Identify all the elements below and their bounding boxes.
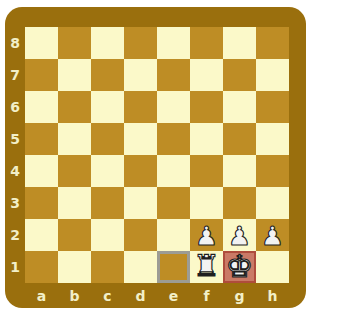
- square-g3[interactable]: [223, 187, 256, 219]
- rank-label-8: 8: [5, 27, 25, 59]
- square-a6[interactable]: [25, 91, 58, 123]
- square-a5[interactable]: [25, 123, 58, 155]
- square-g4[interactable]: [223, 155, 256, 187]
- square-e6[interactable]: [157, 91, 190, 123]
- square-f1[interactable]: ♜: [190, 251, 223, 283]
- file-label-c: c: [91, 283, 124, 308]
- square-f7[interactable]: [190, 59, 223, 91]
- square-b2[interactable]: [58, 219, 91, 251]
- square-g2[interactable]: ♟: [223, 219, 256, 251]
- square-c1[interactable]: [91, 251, 124, 283]
- square-b1[interactable]: [58, 251, 91, 283]
- square-f2[interactable]: ♟: [190, 219, 223, 251]
- square-d3[interactable]: [124, 187, 157, 219]
- square-e3[interactable]: [157, 187, 190, 219]
- square-a2[interactable]: [25, 219, 58, 251]
- white-pawn-piece[interactable]: ♟: [228, 222, 251, 249]
- file-label-b: b: [58, 283, 91, 308]
- chess-board: ♟♟♟♜♚ 87654321 abcdefgh: [5, 7, 306, 308]
- square-d2[interactable]: [124, 219, 157, 251]
- square-g1[interactable]: ♚: [223, 251, 256, 283]
- square-a7[interactable]: [25, 59, 58, 91]
- square-d7[interactable]: [124, 59, 157, 91]
- rank-label-7: 7: [5, 59, 25, 91]
- rank-label-3: 3: [5, 187, 25, 219]
- file-label-d: d: [124, 283, 157, 308]
- square-e8[interactable]: [157, 27, 190, 59]
- square-d6[interactable]: [124, 91, 157, 123]
- square-d8[interactable]: [124, 27, 157, 59]
- square-b8[interactable]: [58, 27, 91, 59]
- square-f4[interactable]: [190, 155, 223, 187]
- square-h4[interactable]: [256, 155, 289, 187]
- square-h6[interactable]: [256, 91, 289, 123]
- square-c5[interactable]: [91, 123, 124, 155]
- page: ♟♟♟♜♚ 87654321 abcdefgh: [0, 0, 339, 318]
- square-b4[interactable]: [58, 155, 91, 187]
- square-a3[interactable]: [25, 187, 58, 219]
- square-g8[interactable]: [223, 27, 256, 59]
- square-b3[interactable]: [58, 187, 91, 219]
- square-c4[interactable]: [91, 155, 124, 187]
- rank-label-1: 1: [5, 251, 25, 283]
- white-pawn-piece[interactable]: ♟: [195, 222, 218, 249]
- square-f3[interactable]: [190, 187, 223, 219]
- square-h3[interactable]: [256, 187, 289, 219]
- square-g5[interactable]: [223, 123, 256, 155]
- square-c7[interactable]: [91, 59, 124, 91]
- square-c8[interactable]: [91, 27, 124, 59]
- square-h8[interactable]: [256, 27, 289, 59]
- file-label-e: e: [157, 283, 190, 308]
- file-labels: abcdefgh: [25, 283, 289, 308]
- file-label-a: a: [25, 283, 58, 308]
- square-h2[interactable]: ♟: [256, 219, 289, 251]
- square-b7[interactable]: [58, 59, 91, 91]
- square-f5[interactable]: [190, 123, 223, 155]
- square-c6[interactable]: [91, 91, 124, 123]
- white-pawn-piece[interactable]: ♟: [261, 222, 284, 249]
- rank-label-4: 4: [5, 155, 25, 187]
- file-label-h: h: [256, 283, 289, 308]
- square-h7[interactable]: [256, 59, 289, 91]
- square-d5[interactable]: [124, 123, 157, 155]
- file-label-g: g: [223, 283, 256, 308]
- white-king-piece[interactable]: ♚: [226, 251, 254, 282]
- white-rook-piece[interactable]: ♜: [193, 251, 220, 281]
- square-f8[interactable]: [190, 27, 223, 59]
- square-b5[interactable]: [58, 123, 91, 155]
- square-a1[interactable]: [25, 251, 58, 283]
- square-d1[interactable]: [124, 251, 157, 283]
- square-e2[interactable]: [157, 219, 190, 251]
- square-g6[interactable]: [223, 91, 256, 123]
- square-e7[interactable]: [157, 59, 190, 91]
- square-b6[interactable]: [58, 91, 91, 123]
- rank-label-2: 2: [5, 219, 25, 251]
- rank-label-5: 5: [5, 123, 25, 155]
- square-a4[interactable]: [25, 155, 58, 187]
- file-label-f: f: [190, 283, 223, 308]
- square-e4[interactable]: [157, 155, 190, 187]
- square-c3[interactable]: [91, 187, 124, 219]
- square-c2[interactable]: [91, 219, 124, 251]
- square-h5[interactable]: [256, 123, 289, 155]
- square-h1[interactable]: [256, 251, 289, 283]
- square-e1[interactable]: [157, 251, 190, 283]
- square-a8[interactable]: [25, 27, 58, 59]
- square-f6[interactable]: [190, 91, 223, 123]
- square-e5[interactable]: [157, 123, 190, 155]
- rank-label-6: 6: [5, 91, 25, 123]
- square-d4[interactable]: [124, 155, 157, 187]
- rank-labels: 87654321: [5, 27, 25, 283]
- board-grid: ♟♟♟♜♚: [25, 27, 289, 283]
- square-g7[interactable]: [223, 59, 256, 91]
